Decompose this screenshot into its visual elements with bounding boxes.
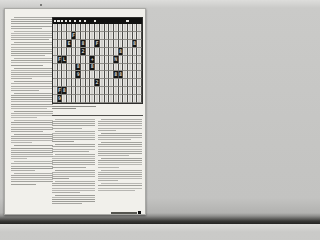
paragraph-smudge <box>98 133 142 140</box>
text-line-smudge <box>52 162 95 163</box>
paragraph-smudge <box>11 81 53 91</box>
text-line-smudge <box>11 166 53 167</box>
paragraph-smudge <box>98 170 142 182</box>
text-line-smudge <box>11 150 53 151</box>
paragraph-smudge <box>52 119 95 129</box>
text-line-smudge <box>14 111 53 112</box>
paragraph-smudge <box>52 195 95 205</box>
text-line-smudge <box>11 62 53 63</box>
text-line-smudge <box>52 128 82 129</box>
text-line-smudge <box>98 149 142 150</box>
text-column-right <box>98 119 142 193</box>
text-line-smudge <box>98 167 119 168</box>
title-bar-text-mark <box>54 20 56 22</box>
text-line-smudge <box>52 178 69 179</box>
text-line-smudge <box>11 138 53 139</box>
text-line-smudge <box>98 155 129 156</box>
open-cell <box>137 32 142 40</box>
text-line-smudge <box>11 55 45 56</box>
title-bar-text-mark <box>79 20 81 22</box>
text-line-smudge <box>11 95 53 96</box>
text-line-smudge <box>11 35 53 36</box>
text-line-smudge <box>11 101 53 102</box>
paragraph-smudge <box>98 119 142 131</box>
paragraph-smudge <box>11 68 53 80</box>
text-line-smudge <box>11 117 37 118</box>
text-line-smudge <box>52 201 95 202</box>
caption-line-smudge <box>52 108 76 109</box>
text-line-smudge <box>11 99 53 100</box>
text-line-smudge <box>55 195 95 196</box>
text-line-smudge <box>11 65 43 66</box>
text-line-smudge <box>11 88 53 89</box>
text-line-smudge <box>11 122 53 123</box>
text-line-smudge <box>52 158 95 159</box>
paragraph-smudge <box>52 131 95 143</box>
paragraph-smudge <box>11 120 53 132</box>
text-line-smudge <box>52 190 95 191</box>
text-line-smudge <box>98 139 131 140</box>
text-line-smudge <box>98 162 142 163</box>
text-line-smudge <box>52 203 82 204</box>
text-line-smudge <box>98 188 142 189</box>
title-bar-text-mark <box>74 20 76 22</box>
text-line-smudge <box>52 156 95 157</box>
text-line-smudge <box>98 144 142 145</box>
text-line-smudge <box>11 127 53 128</box>
text-line-smudge <box>11 33 53 34</box>
paragraph-smudge <box>52 144 95 151</box>
paragraph-smudge <box>11 31 53 41</box>
text-line-smudge <box>55 119 95 120</box>
open-cell <box>137 87 142 95</box>
caption-line-smudge <box>52 106 96 107</box>
text-line-smudge <box>98 180 118 181</box>
text-line-smudge <box>11 170 35 171</box>
text-line-smudge <box>14 17 53 18</box>
text-line-smudge <box>98 174 142 175</box>
grid-title-bar <box>53 18 142 24</box>
grid-caption <box>52 106 96 110</box>
text-line-smudge <box>98 190 135 191</box>
text-line-smudge <box>11 129 53 130</box>
text-line-smudge <box>52 188 95 189</box>
text-line-smudge <box>14 31 53 32</box>
text-line-smudge <box>52 176 95 177</box>
magazine-page: FE8F828FL+N889882F89 <box>4 8 146 215</box>
text-line-smudge <box>52 135 95 136</box>
text-line-smudge <box>98 125 142 126</box>
text-line-smudge <box>98 130 116 131</box>
article-footer <box>111 211 141 214</box>
title-bar-text-mark <box>57 20 59 22</box>
paragraph-smudge <box>11 58 53 65</box>
text-line-smudge <box>98 128 142 129</box>
text-line-smudge <box>11 28 42 29</box>
text-line-smudge <box>14 173 53 174</box>
open-cell <box>137 24 142 32</box>
column-rule <box>52 115 143 116</box>
open-cell <box>137 79 142 87</box>
title-bar-text-mark <box>84 20 87 22</box>
text-line-smudge <box>98 146 142 147</box>
text-line-smudge <box>101 158 142 159</box>
text-line-smudge <box>11 97 53 98</box>
text-line-smudge <box>101 133 142 134</box>
title-bar-text-mark <box>126 20 129 22</box>
title-bar-text-mark <box>61 20 63 22</box>
text-line-smudge <box>14 42 53 43</box>
text-line-smudge <box>11 131 43 132</box>
text-line-smudge <box>11 177 53 178</box>
open-cell <box>137 71 142 79</box>
text-line-smudge <box>52 197 95 198</box>
paragraph-smudge <box>52 154 95 168</box>
text-line-smudge <box>11 44 53 45</box>
text-line-smudge <box>101 142 142 143</box>
paragraph-smudge <box>11 134 53 144</box>
text-line-smudge <box>55 154 95 155</box>
paragraph-smudge <box>11 111 53 118</box>
text-line-smudge <box>11 70 53 71</box>
text-line-smudge <box>98 135 142 136</box>
open-cell <box>137 56 142 64</box>
text-line-smudge <box>52 121 95 122</box>
text-line-smudge <box>52 133 95 134</box>
paragraph-smudge <box>11 161 53 171</box>
text-line-smudge <box>98 153 142 154</box>
text-line-smudge <box>55 131 95 132</box>
text-line-smudge <box>52 185 95 186</box>
text-line-smudge <box>52 123 95 124</box>
paragraph-smudge <box>98 183 142 190</box>
text-line-smudge <box>11 104 53 105</box>
open-cell <box>137 64 142 72</box>
text-line-smudge <box>101 119 142 120</box>
text-line-smudge <box>98 164 142 165</box>
text-line-smudge <box>11 37 53 38</box>
text-line-smudge <box>98 121 142 122</box>
text-line-smudge <box>98 176 142 177</box>
paragraph-smudge <box>98 142 142 156</box>
text-line-smudge <box>11 19 53 20</box>
text-column-middle <box>52 119 95 206</box>
text-line-smudge <box>11 90 39 91</box>
text-line-smudge <box>52 125 95 126</box>
scan-dust-speck <box>40 4 42 6</box>
text-line-smudge <box>11 26 53 27</box>
text-line-smudge <box>14 134 53 135</box>
text-line-smudge <box>14 120 53 121</box>
text-line-smudge <box>11 72 53 73</box>
text-line-smudge <box>98 185 142 186</box>
text-line-smudge <box>11 83 53 84</box>
end-of-article-square-icon <box>138 211 141 214</box>
text-line-smudge <box>55 170 95 171</box>
text-line-smudge <box>11 51 53 52</box>
text-line-smudge <box>14 68 53 69</box>
text-line-smudge <box>98 178 142 179</box>
text-line-smudge <box>11 142 32 143</box>
open-cell <box>137 40 142 48</box>
text-line-smudge <box>11 156 53 157</box>
scanned-magazine-page-screenshot: { "game": "crossword-style prize-puzzle … <box>0 0 150 224</box>
text-line-smudge <box>52 137 95 138</box>
paragraph-smudge <box>11 17 53 29</box>
text-line-smudge <box>11 76 53 77</box>
text-line-smudge <box>52 146 95 147</box>
open-cell <box>137 48 142 56</box>
puzzle-grid: FE8F828FL+N889882F89 <box>52 17 143 104</box>
text-line-smudge <box>98 160 142 161</box>
text-line-smudge <box>52 172 95 173</box>
text-line-smudge <box>52 139 95 140</box>
text-line-smudge <box>11 184 36 185</box>
text-line-smudge <box>11 74 53 75</box>
text-line-smudge <box>14 145 53 146</box>
text-line-smudge <box>11 158 27 159</box>
text-line-smudge <box>11 163 53 164</box>
text-line-smudge <box>98 137 142 138</box>
footer-text-smudge <box>111 212 137 214</box>
text-line-smudge <box>11 39 49 40</box>
text-line-smudge <box>14 81 53 82</box>
text-line-smudge <box>52 151 89 152</box>
text-line-smudge <box>11 106 53 107</box>
open-cell <box>137 95 142 103</box>
paragraph-smudge <box>52 170 95 180</box>
text-line-smudge <box>11 108 47 109</box>
text-line-smudge <box>55 181 95 182</box>
text-line-smudge <box>14 161 53 162</box>
text-line-smudge <box>52 199 95 200</box>
text-line-smudge <box>11 78 32 79</box>
text-line-smudge <box>52 164 95 165</box>
text-line-smudge <box>52 149 95 150</box>
text-line-smudge <box>98 151 142 152</box>
text-line-smudge <box>11 53 53 54</box>
text-line-smudge <box>11 47 53 48</box>
text-line-smudge <box>11 49 53 50</box>
text-line-smudge <box>11 23 53 24</box>
text-line-smudge <box>11 113 53 114</box>
text-line-smudge <box>52 183 95 184</box>
text-line-smudge <box>52 192 80 193</box>
text-line-smudge <box>11 179 53 180</box>
text-line-smudge <box>98 123 142 124</box>
text-line-smudge <box>11 115 53 116</box>
text-line-smudge <box>98 172 142 173</box>
text-line-smudge <box>11 181 53 182</box>
text-column-left <box>11 17 53 187</box>
text-line-smudge <box>11 21 53 22</box>
text-line-smudge <box>52 174 95 175</box>
text-line-smudge <box>11 148 53 149</box>
text-line-smudge <box>52 160 95 161</box>
text-line-smudge <box>11 124 53 125</box>
paragraph-smudge <box>11 173 53 185</box>
title-bar-text-mark <box>94 20 96 22</box>
paragraph-smudge <box>98 158 142 168</box>
text-line-smudge <box>11 154 53 155</box>
text-line-smudge <box>11 168 53 169</box>
text-line-smudge <box>14 58 53 59</box>
text-line-smudge <box>11 140 53 141</box>
paragraph-smudge <box>52 181 95 193</box>
text-line-smudge <box>11 152 53 153</box>
text-line-smudge <box>55 144 95 145</box>
paragraph-smudge <box>11 42 53 56</box>
text-line-smudge <box>52 167 86 168</box>
grid-cells: FE8F828FL+N889882F89 <box>53 24 142 103</box>
paragraph-smudge <box>11 93 53 109</box>
text-line-smudge <box>11 175 53 176</box>
paragraph-smudge <box>11 145 53 159</box>
title-bar-text-mark <box>65 20 67 22</box>
text-line-smudge <box>14 93 53 94</box>
text-line-smudge <box>11 136 53 137</box>
text-line-smudge <box>101 183 142 184</box>
text-line-smudge <box>11 86 53 87</box>
title-bar-text-mark <box>69 20 71 22</box>
text-line-smudge <box>101 170 142 171</box>
text-line-smudge <box>11 60 53 61</box>
text-line-smudge <box>52 141 74 142</box>
